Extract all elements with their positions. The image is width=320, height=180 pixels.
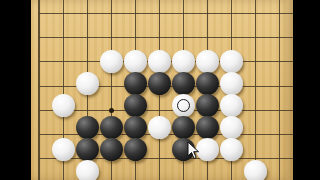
stone-white[interactable]: [124, 50, 147, 73]
stone-black[interactable]: [196, 72, 219, 95]
grid-line-v: [38, 0, 40, 180]
stone-white[interactable]: [52, 138, 75, 161]
stone-white[interactable]: [148, 50, 171, 73]
grid-line-h: [39, 158, 293, 159]
stone-white[interactable]: [220, 50, 243, 73]
stone-white[interactable]: [220, 94, 243, 117]
stone-black[interactable]: [100, 138, 123, 161]
stone-white-marked[interactable]: [172, 94, 195, 117]
stone-white[interactable]: [52, 94, 75, 117]
stone-black[interactable]: [172, 72, 195, 95]
circle-marker: [177, 99, 190, 112]
stone-black[interactable]: [124, 72, 147, 95]
star-point: [109, 108, 114, 113]
stone-black[interactable]: [76, 116, 99, 139]
stone-black[interactable]: [148, 72, 171, 95]
grid-line-v: [255, 0, 256, 180]
stone-white[interactable]: [172, 50, 195, 73]
stone-black[interactable]: [196, 116, 219, 139]
go-board[interactable]: [31, 0, 293, 180]
mouse-cursor-icon: [187, 141, 200, 160]
stone-black[interactable]: [76, 138, 99, 161]
screen: [0, 0, 320, 180]
stone-white[interactable]: [196, 50, 219, 73]
grid-line-v: [279, 0, 280, 180]
grid-line-h: [39, 37, 293, 38]
stone-white[interactable]: [76, 160, 99, 180]
stone-black[interactable]: [172, 116, 195, 139]
stone-white[interactable]: [220, 72, 243, 95]
stone-white[interactable]: [76, 72, 99, 95]
stone-white[interactable]: [100, 50, 123, 73]
grid-line-h: [39, 13, 293, 14]
stone-black[interactable]: [124, 138, 147, 161]
stone-white[interactable]: [148, 116, 171, 139]
grid-line-h: [39, 110, 293, 111]
stone-black[interactable]: [124, 94, 147, 117]
stone-black[interactable]: [100, 116, 123, 139]
stone-white[interactable]: [244, 160, 267, 180]
stone-white[interactable]: [220, 138, 243, 161]
stone-white[interactable]: [220, 116, 243, 139]
stone-black[interactable]: [124, 116, 147, 139]
letterbox-left: [0, 0, 31, 180]
letterbox-right: [293, 0, 320, 180]
stone-black[interactable]: [196, 94, 219, 117]
